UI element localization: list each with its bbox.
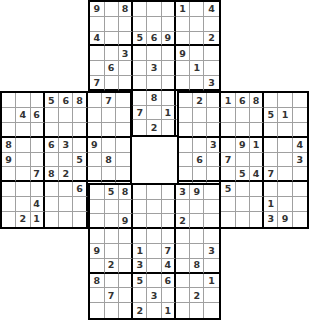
empty-cell-r11c6[interactable] [88,167,102,182]
given-cell-r9c3[interactable]: 6 [45,138,59,153]
empty-cell-r14c14[interactable] [204,214,218,229]
empty-cell-r9c2[interactable] [31,138,45,153]
empty-cell-r15c13[interactable] [190,229,204,244]
empty-cell-r11c20[interactable] [293,167,307,182]
empty-cell-r12c9[interactable] [133,185,147,200]
given-cell-r11c17[interactable]: 4 [250,167,264,182]
empty-cell-r7c12[interactable] [179,108,193,123]
empty-cell-r1c9[interactable] [133,17,147,32]
empty-cell-r14c17[interactable] [250,212,264,227]
empty-cell-r8c20[interactable] [293,123,307,138]
empty-cell-r0c9[interactable] [133,2,147,17]
empty-cell-r17c8[interactable] [119,259,133,274]
empty-cell-r1c11[interactable] [162,17,176,32]
empty-cell-r4c11[interactable] [162,61,176,76]
empty-cell-r12c3[interactable] [45,182,59,197]
given-cell-r14c2[interactable]: 1 [31,212,45,227]
empty-cell-r19c9[interactable] [133,288,147,303]
empty-cell-r8c12[interactable] [179,123,193,138]
given-cell-r5c6[interactable]: 7 [90,76,104,91]
given-cell-r16c9[interactable]: 1 [133,244,147,259]
empty-cell-r14c10[interactable] [147,214,161,229]
given-cell-r18c9[interactable]: 5 [133,274,147,289]
given-cell-r7c1[interactable]: 4 [16,108,30,123]
empty-cell-r0c11[interactable] [162,2,176,17]
empty-cell-r20c10[interactable] [147,303,161,318]
empty-cell-r17c12[interactable] [176,259,190,274]
empty-cell-r10c6[interactable] [88,153,102,168]
given-cell-r12c5[interactable]: 6 [73,182,87,197]
empty-cell-r6c19[interactable] [278,93,292,108]
empty-cell-r3c11[interactable] [162,46,176,61]
empty-cell-r9c13[interactable] [193,138,207,153]
given-cell-r6c4[interactable]: 6 [59,93,73,108]
empty-cell-r15c7[interactable] [105,229,119,244]
empty-cell-r12c14[interactable] [204,185,218,200]
given-cell-r9c0[interactable]: 8 [2,138,16,153]
empty-cell-r6c12[interactable] [179,93,193,108]
empty-cell-r15c10[interactable] [147,229,161,244]
empty-cell-r0c13[interactable] [190,2,204,17]
empty-cell-r8c17[interactable] [250,123,264,138]
empty-cell-r15c8[interactable] [119,229,133,244]
empty-cell-r7c15[interactable] [221,108,235,123]
given-cell-r2c6[interactable]: 4 [90,32,104,47]
empty-cell-r20c8[interactable] [119,303,133,318]
empty-cell-r2c12[interactable] [176,32,190,47]
empty-cell-r12c16[interactable] [236,182,250,197]
given-cell-r11c18[interactable]: 7 [264,167,278,182]
empty-cell-r13c12[interactable] [176,200,190,215]
empty-cell-r8c1[interactable] [16,123,30,138]
empty-cell-r7c20[interactable] [293,108,307,123]
given-cell-r9c6[interactable]: 9 [88,138,102,153]
given-cell-r6c3[interactable]: 5 [45,93,59,108]
given-cell-r0c12[interactable]: 1 [176,2,190,17]
empty-cell-r6c8[interactable] [116,93,130,108]
empty-cell-r3c13[interactable] [190,46,204,61]
empty-cell-r15c12[interactable] [176,229,190,244]
empty-cell-r2c7[interactable] [105,32,119,47]
given-cell-r2c11[interactable]: 9 [162,32,176,47]
given-cell-r7c9[interactable]: 7 [133,106,147,121]
empty-cell-r1c7[interactable] [105,17,119,32]
empty-cell-r7c17[interactable] [250,108,264,123]
given-cell-r12c8[interactable]: 8 [119,185,133,200]
given-cell-r18c6[interactable]: 8 [90,274,104,289]
given-cell-r6c13[interactable]: 2 [193,93,207,108]
empty-cell-r18c12[interactable] [176,274,190,289]
empty-cell-r5c13[interactable] [190,76,204,91]
empty-cell-r1c8[interactable] [119,17,133,32]
given-cell-r18c11[interactable]: 6 [162,274,176,289]
empty-cell-r19c14[interactable] [204,288,218,303]
empty-cell-r5c8[interactable] [119,76,133,91]
empty-cell-r13c11[interactable] [162,200,176,215]
empty-cell-r11c12[interactable] [179,167,193,182]
empty-cell-r8c2[interactable] [31,123,45,138]
empty-cell-r18c8[interactable] [119,274,133,289]
given-cell-r6c17[interactable]: 8 [250,93,264,108]
empty-cell-r11c0[interactable] [2,167,16,182]
given-cell-r19c13[interactable]: 2 [190,288,204,303]
empty-cell-r13c20[interactable] [293,197,307,212]
empty-cell-r13c1[interactable] [16,197,30,212]
given-cell-r20c9[interactable]: 2 [133,303,147,318]
empty-cell-r10c1[interactable] [16,153,30,168]
given-cell-r14c18[interactable]: 3 [264,212,278,227]
empty-cell-r4c8[interactable] [119,61,133,76]
empty-cell-r12c2[interactable] [31,182,45,197]
given-cell-r17c9[interactable]: 3 [133,259,147,274]
empty-cell-r8c18[interactable] [264,123,278,138]
empty-cell-r15c9[interactable] [133,229,147,244]
given-cell-r3c12[interactable]: 9 [176,46,190,61]
empty-cell-r6c11[interactable] [162,91,176,106]
empty-cell-r14c3[interactable] [45,212,59,227]
empty-cell-r5c12[interactable] [176,76,190,91]
empty-cell-r11c8[interactable] [116,167,130,182]
empty-cell-r20c13[interactable] [190,303,204,318]
empty-cell-r4c12[interactable] [176,61,190,76]
empty-cell-r8c5[interactable] [73,123,87,138]
empty-cell-r8c15[interactable] [221,123,235,138]
empty-cell-r6c20[interactable] [293,93,307,108]
given-cell-r6c7[interactable]: 7 [102,93,116,108]
empty-cell-r1c6[interactable] [90,17,104,32]
given-cell-r4c13[interactable]: 1 [190,61,204,76]
given-cell-r13c18[interactable]: 1 [264,197,278,212]
empty-cell-r4c9[interactable] [133,61,147,76]
empty-cell-r16c13[interactable] [190,244,204,259]
empty-cell-r15c11[interactable] [162,229,176,244]
empty-cell-r11c14[interactable] [207,167,221,182]
empty-cell-r7c16[interactable] [236,108,250,123]
given-cell-r16c6[interactable]: 9 [90,244,104,259]
given-cell-r17c13[interactable]: 8 [190,259,204,274]
given-cell-r16c14[interactable]: 3 [204,244,218,259]
empty-cell-r15c14[interactable] [204,229,218,244]
given-cell-r0c14[interactable]: 4 [204,2,218,17]
empty-cell-r9c8[interactable] [116,138,130,153]
given-cell-r6c5[interactable]: 8 [73,93,87,108]
empty-cell-r14c5[interactable] [73,212,87,227]
given-cell-r7c18[interactable]: 5 [264,108,278,123]
empty-cell-r14c15[interactable] [221,212,235,227]
given-cell-r12c7[interactable]: 5 [105,185,119,200]
empty-cell-r13c5[interactable] [73,197,87,212]
empty-cell-r16c7[interactable] [105,244,119,259]
empty-cell-r13c13[interactable] [190,200,204,215]
empty-cell-r5c7[interactable] [105,76,119,91]
given-cell-r7c11[interactable]: 1 [162,106,176,121]
empty-cell-r9c18[interactable] [264,138,278,153]
empty-cell-r5c10[interactable] [147,76,161,91]
given-cell-r2c9[interactable]: 5 [133,32,147,47]
given-cell-r7c19[interactable]: 1 [278,108,292,123]
empty-cell-r13c7[interactable] [105,200,119,215]
empty-cell-r3c10[interactable] [147,46,161,61]
empty-cell-r14c0[interactable] [2,212,16,227]
empty-cell-r7c8[interactable] [116,108,130,123]
empty-cell-r12c11[interactable] [162,185,176,200]
empty-cell-r10c4[interactable] [59,153,73,168]
empty-cell-r13c19[interactable] [278,197,292,212]
empty-cell-r9c7[interactable] [102,138,116,153]
empty-cell-r2c8[interactable] [119,32,133,47]
given-cell-r8c10[interactable]: 2 [147,120,161,135]
given-cell-r17c11[interactable]: 4 [162,259,176,274]
empty-cell-r7c7[interactable] [102,108,116,123]
empty-cell-r3c6[interactable] [90,46,104,61]
empty-cell-r7c10[interactable] [147,106,161,121]
given-cell-r6c10[interactable]: 8 [147,91,161,106]
empty-cell-r14c16[interactable] [236,212,250,227]
empty-cell-r9c5[interactable] [73,138,87,153]
empty-cell-r8c13[interactable] [193,123,207,138]
empty-cell-r1c10[interactable] [147,17,161,32]
given-cell-r11c4[interactable]: 2 [59,167,73,182]
empty-cell-r0c10[interactable] [147,2,161,17]
empty-cell-r3c9[interactable] [133,46,147,61]
empty-cell-r16c10[interactable] [147,244,161,259]
empty-cell-r3c14[interactable] [204,46,218,61]
given-cell-r10c13[interactable]: 6 [193,153,207,168]
empty-cell-r12c4[interactable] [59,182,73,197]
given-cell-r0c8[interactable]: 8 [119,2,133,17]
empty-cell-r4c6[interactable] [90,61,104,76]
empty-cell-r10c19[interactable] [278,153,292,168]
empty-cell-r13c4[interactable] [59,197,73,212]
given-cell-r12c15[interactable]: 5 [221,182,235,197]
empty-cell-r19c8[interactable] [119,288,133,303]
given-cell-r5c14[interactable]: 3 [204,76,218,91]
empty-cell-r18c10[interactable] [147,274,161,289]
empty-cell-r14c6[interactable] [90,214,104,229]
empty-cell-r5c11[interactable] [162,76,176,91]
given-cell-r14c8[interactable]: 9 [119,214,133,229]
empty-cell-r7c4[interactable] [59,108,73,123]
given-cell-r6c15[interactable]: 1 [221,93,235,108]
empty-cell-r14c20[interactable] [293,212,307,227]
empty-cell-r13c17[interactable] [250,197,264,212]
empty-cell-r12c19[interactable] [278,182,292,197]
empty-cell-r10c3[interactable] [45,153,59,168]
empty-cell-r17c14[interactable] [204,259,218,274]
given-cell-r13c2[interactable]: 4 [31,197,45,212]
empty-cell-r6c9[interactable] [133,91,147,106]
empty-cell-r10c18[interactable] [264,153,278,168]
given-cell-r16c11[interactable]: 7 [162,244,176,259]
empty-cell-r8c19[interactable] [278,123,292,138]
empty-cell-r12c1[interactable] [16,182,30,197]
given-cell-r19c10[interactable]: 3 [147,288,161,303]
empty-cell-r1c14[interactable] [204,17,218,32]
empty-cell-r19c12[interactable] [176,288,190,303]
empty-cell-r8c7[interactable] [102,123,116,138]
given-cell-r14c1[interactable]: 2 [16,212,30,227]
empty-cell-r14c9[interactable] [133,214,147,229]
empty-cell-r0c7[interactable] [105,2,119,17]
empty-cell-r6c1[interactable] [16,93,30,108]
samurai-sudoku-board: 9814456923963173782712568746863995878265… [0,0,309,320]
empty-cell-r9c15[interactable] [221,138,235,153]
empty-cell-r13c0[interactable] [2,197,16,212]
empty-cell-r8c11[interactable] [162,120,176,135]
empty-cell-r20c12[interactable] [176,303,190,318]
empty-cell-r11c13[interactable] [193,167,207,182]
empty-cell-r8c0[interactable] [2,123,16,138]
given-cell-r2c10[interactable]: 6 [147,32,161,47]
given-cell-r11c16[interactable]: 5 [236,167,250,182]
empty-cell-r7c0[interactable] [2,108,16,123]
given-cell-r4c7[interactable]: 6 [105,61,119,76]
empty-cell-r8c8[interactable] [116,123,130,138]
empty-cell-r13c15[interactable] [221,197,235,212]
given-cell-r19c7[interactable]: 7 [105,288,119,303]
empty-cell-r13c9[interactable] [133,200,147,215]
empty-cell-r19c11[interactable] [162,288,176,303]
given-cell-r20c11[interactable]: 1 [162,303,176,318]
given-cell-r14c12[interactable]: 2 [176,214,190,229]
given-cell-r11c2[interactable]: 7 [31,167,45,182]
given-cell-r7c2[interactable]: 6 [31,108,45,123]
given-cell-r10c5[interactable]: 5 [73,153,87,168]
empty-cell-r9c1[interactable] [16,138,30,153]
empty-cell-r14c4[interactable] [59,212,73,227]
empty-cell-r10c2[interactable] [31,153,45,168]
empty-cell-r11c7[interactable] [102,167,116,182]
empty-cell-r12c20[interactable] [293,182,307,197]
empty-cell-r3c7[interactable] [105,46,119,61]
given-cell-r10c20[interactable]: 3 [293,153,307,168]
empty-cell-r6c14[interactable] [207,93,221,108]
empty-cell-r9c12[interactable] [179,138,193,153]
given-cell-r12c13[interactable]: 9 [190,185,204,200]
empty-cell-r13c16[interactable] [236,197,250,212]
empty-cell-r2c13[interactable] [190,32,204,47]
given-cell-r9c4[interactable]: 3 [59,138,73,153]
empty-cell-r20c6[interactable] [90,303,104,318]
empty-cell-r11c1[interactable] [16,167,30,182]
given-cell-r18c14[interactable]: 1 [204,274,218,289]
empty-cell-r17c10[interactable] [147,259,161,274]
empty-cell-r9c19[interactable] [278,138,292,153]
given-cell-r9c16[interactable]: 9 [236,138,250,153]
empty-cell-r6c6[interactable] [88,93,102,108]
empty-cell-r14c13[interactable] [190,214,204,229]
given-cell-r11c3[interactable]: 8 [45,167,59,182]
empty-cell-r10c14[interactable] [207,153,221,168]
empty-cell-r10c8[interactable] [116,153,130,168]
given-cell-r0c6[interactable]: 9 [90,2,104,17]
subgrid-bottom: 58399291732348856173221 [88,183,220,320]
empty-cell-r6c2[interactable] [31,93,45,108]
empty-cell-r20c14[interactable] [204,303,218,318]
empty-cell-r10c17[interactable] [250,153,264,168]
empty-cell-r16c12[interactable] [176,244,190,259]
empty-cell-r7c6[interactable] [88,108,102,123]
empty-cell-r18c7[interactable] [105,274,119,289]
empty-cell-r10c16[interactable] [236,153,250,168]
empty-cell-r8c9[interactable] [133,120,147,135]
given-cell-r9c20[interactable]: 4 [293,138,307,153]
given-cell-r3c8[interactable]: 3 [119,46,133,61]
empty-cell-r11c5[interactable] [73,167,87,182]
empty-cell-r14c11[interactable] [162,214,176,229]
empty-cell-r13c10[interactable] [147,200,161,215]
empty-cell-r17c6[interactable] [90,259,104,274]
empty-cell-r1c13[interactable] [190,17,204,32]
empty-cell-r13c3[interactable] [45,197,59,212]
empty-cell-r6c0[interactable] [2,93,16,108]
empty-cell-r14c7[interactable] [105,214,119,229]
empty-cell-r8c14[interactable] [207,123,221,138]
given-cell-r14c19[interactable]: 9 [278,212,292,227]
empty-cell-r7c14[interactable] [207,108,221,123]
empty-cell-r12c6[interactable] [90,185,104,200]
empty-cell-r13c14[interactable] [204,200,218,215]
given-cell-r10c7[interactable]: 8 [102,153,116,168]
empty-cell-r6c18[interactable] [264,93,278,108]
empty-cell-r11c15[interactable] [221,167,235,182]
empty-cell-r12c10[interactable] [147,185,161,200]
empty-cell-r18c13[interactable] [190,274,204,289]
empty-cell-r7c3[interactable] [45,108,59,123]
empty-cell-r7c13[interactable] [193,108,207,123]
empty-cell-r12c17[interactable] [250,182,264,197]
given-cell-r10c15[interactable]: 7 [221,153,235,168]
given-cell-r10c0[interactable]: 9 [2,153,16,168]
empty-cell-r11c19[interactable] [278,167,292,182]
empty-cell-r13c6[interactable] [90,200,104,215]
empty-cell-r16c8[interactable] [119,244,133,259]
empty-cell-r12c0[interactable] [2,182,16,197]
given-cell-r9c14[interactable]: 3 [207,138,221,153]
empty-cell-r5c9[interactable] [133,76,147,91]
given-cell-r6c16[interactable]: 6 [236,93,250,108]
empty-cell-r19c6[interactable] [90,288,104,303]
given-cell-r12c12[interactable]: 3 [176,185,190,200]
given-cell-r9c17[interactable]: 1 [250,138,264,153]
given-cell-r2c14[interactable]: 2 [204,32,218,47]
empty-cell-r20c7[interactable] [105,303,119,318]
empty-cell-r15c6[interactable] [90,229,104,244]
empty-cell-r12c18[interactable] [264,182,278,197]
given-cell-r4c10[interactable]: 3 [147,61,161,76]
empty-cell-r8c6[interactable] [88,123,102,138]
empty-cell-r8c3[interactable] [45,123,59,138]
empty-cell-r1c12[interactable] [176,17,190,32]
empty-cell-r8c16[interactable] [236,123,250,138]
empty-cell-r4c14[interactable] [204,61,218,76]
empty-cell-r13c8[interactable] [119,200,133,215]
empty-cell-r8c4[interactable] [59,123,73,138]
empty-cell-r7c5[interactable] [73,108,87,123]
given-cell-r17c7[interactable]: 2 [105,259,119,274]
empty-cell-r10c12[interactable] [179,153,193,168]
